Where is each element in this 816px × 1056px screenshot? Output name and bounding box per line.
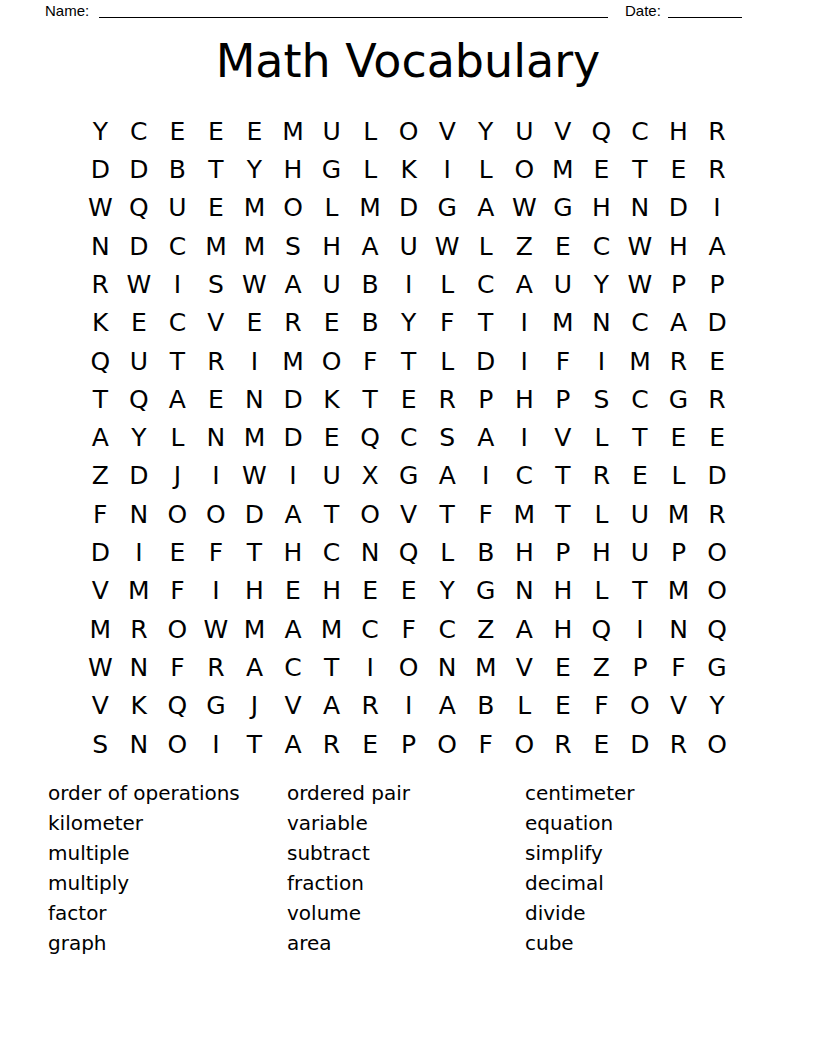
grid-cell-r11c17[interactable]: R xyxy=(698,495,737,533)
grid-cell-r1c5[interactable]: E xyxy=(235,112,274,150)
grid-cell-r5c2[interactable]: W xyxy=(120,265,159,303)
grid-cell-r3c6[interactable]: O xyxy=(274,189,313,227)
grid-cell-r15c17[interactable]: G xyxy=(698,648,737,686)
grid-cell-r11c9[interactable]: V xyxy=(389,495,428,533)
grid-cell-r14c17[interactable]: Q xyxy=(698,610,737,648)
grid-cell-r6c9[interactable]: Y xyxy=(389,304,428,342)
grid-cell-r10c15[interactable]: E xyxy=(621,457,660,495)
grid-cell-r17c12[interactable]: O xyxy=(505,725,544,763)
grid-cell-r9c6[interactable]: D xyxy=(274,419,313,457)
grid-cell-r14c9[interactable]: F xyxy=(389,610,428,648)
grid-cell-r14c16[interactable]: N xyxy=(659,610,698,648)
grid-cell-r11c4[interactable]: O xyxy=(197,495,236,533)
grid-cell-r6c7[interactable]: E xyxy=(312,304,351,342)
grid-cell-r4c15[interactable]: W xyxy=(621,227,660,265)
grid-cell-r8c3[interactable]: A xyxy=(158,380,197,418)
grid-cell-r9c10[interactable]: S xyxy=(428,419,467,457)
grid-cell-r15c7[interactable]: T xyxy=(312,648,351,686)
grid-cell-r8c13[interactable]: P xyxy=(544,380,583,418)
grid-cell-r15c12[interactable]: V xyxy=(505,648,544,686)
grid-cell-r11c13[interactable]: T xyxy=(544,495,583,533)
grid-cell-r1c14[interactable]: Q xyxy=(582,112,621,150)
grid-cell-r17c15[interactable]: D xyxy=(621,725,660,763)
grid-cell-r4c12[interactable]: Z xyxy=(505,227,544,265)
grid-cell-r10c2[interactable]: D xyxy=(120,457,159,495)
grid-cell-r17c16[interactable]: R xyxy=(659,725,698,763)
grid-cell-r10c14[interactable]: R xyxy=(582,457,621,495)
grid-cell-r8c17[interactable]: R xyxy=(698,380,737,418)
grid-cell-r2c12[interactable]: O xyxy=(505,150,544,188)
grid-cell-r13c8[interactable]: E xyxy=(351,572,390,610)
grid-cell-r11c1[interactable]: F xyxy=(81,495,120,533)
grid-cell-r5c14[interactable]: Y xyxy=(582,265,621,303)
grid-cell-r14c12[interactable]: A xyxy=(505,610,544,648)
grid-cell-r17c11[interactable]: F xyxy=(466,725,505,763)
word-list-item: kilometer xyxy=(48,809,240,839)
grid-cell-r12c15[interactable]: U xyxy=(621,533,660,571)
grid-cell-r6c2[interactable]: E xyxy=(120,304,159,342)
grid-cell-r13c6[interactable]: E xyxy=(274,572,313,610)
grid-cell-r10c6[interactable]: I xyxy=(274,457,313,495)
grid-cell-r2c17[interactable]: R xyxy=(698,150,737,188)
grid-cell-r7c11[interactable]: D xyxy=(466,342,505,380)
grid-cell-r5c3[interactable]: I xyxy=(158,265,197,303)
grid-cell-r10c3[interactable]: J xyxy=(158,457,197,495)
date-fill-line[interactable] xyxy=(668,0,742,18)
grid-cell-r9c9[interactable]: C xyxy=(389,419,428,457)
grid-cell-r4c1[interactable]: N xyxy=(81,227,120,265)
grid-cell-r7c10[interactable]: L xyxy=(428,342,467,380)
grid-cell-r5c10[interactable]: L xyxy=(428,265,467,303)
grid-cell-r3c2[interactable]: Q xyxy=(120,189,159,227)
grid-cell-r4c13[interactable]: E xyxy=(544,227,583,265)
grid-cell-r12c8[interactable]: N xyxy=(351,533,390,571)
grid-cell-r17c1[interactable]: S xyxy=(81,725,120,763)
grid-cell-r3c12[interactable]: W xyxy=(505,189,544,227)
grid-cell-r16c14[interactable]: F xyxy=(582,687,621,725)
grid-cell-r8c2[interactable]: Q xyxy=(120,380,159,418)
grid-cell-r13c9[interactable]: E xyxy=(389,572,428,610)
grid-cell-r5c8[interactable]: B xyxy=(351,265,390,303)
grid-cell-r2c13[interactable]: M xyxy=(544,150,583,188)
grid-cell-r5c4[interactable]: S xyxy=(197,265,236,303)
word-list-item: divide xyxy=(525,899,635,929)
word-list-item: decimal xyxy=(525,869,635,899)
grid-cell-r12c4[interactable]: F xyxy=(197,533,236,571)
grid-cell-r11c12[interactable]: M xyxy=(505,495,544,533)
grid-cell-r9c15[interactable]: T xyxy=(621,419,660,457)
grid-cell-r6c5[interactable]: E xyxy=(235,304,274,342)
grid-cell-r13c14[interactable]: L xyxy=(582,572,621,610)
grid-cell-r2c1[interactable]: D xyxy=(81,150,120,188)
grid-cell-r12c17[interactable]: O xyxy=(698,533,737,571)
grid-cell-r17c4[interactable]: I xyxy=(197,725,236,763)
grid-cell-r13c2[interactable]: M xyxy=(120,572,159,610)
grid-cell-r11c11[interactable]: F xyxy=(466,495,505,533)
grid-cell-r3c13[interactable]: G xyxy=(544,189,583,227)
grid-cell-r4c17[interactable]: A xyxy=(698,227,737,265)
grid-cell-r3c5[interactable]: M xyxy=(235,189,274,227)
grid-cell-r2c15[interactable]: T xyxy=(621,150,660,188)
grid-cell-r7c8[interactable]: F xyxy=(351,342,390,380)
grid-cell-r1c3[interactable]: E xyxy=(158,112,197,150)
grid-cell-r5c7[interactable]: U xyxy=(312,265,351,303)
grid-cell-r5c1[interactable]: R xyxy=(81,265,120,303)
grid-cell-r12c6[interactable]: H xyxy=(274,533,313,571)
grid-cell-r10c12[interactable]: C xyxy=(505,457,544,495)
grid-cell-r11c8[interactable]: O xyxy=(351,495,390,533)
grid-cell-r7c6[interactable]: M xyxy=(274,342,313,380)
grid-cell-r3c8[interactable]: M xyxy=(351,189,390,227)
grid-cell-r5c15[interactable]: W xyxy=(621,265,660,303)
grid-cell-r12c9[interactable]: Q xyxy=(389,533,428,571)
grid-cell-r13c16[interactable]: M xyxy=(659,572,698,610)
grid-cell-r8c9[interactable]: E xyxy=(389,380,428,418)
grid-cell-r9c16[interactable]: E xyxy=(659,419,698,457)
grid-cell-r16c7[interactable]: A xyxy=(312,687,351,725)
grid-cell-r12c7[interactable]: C xyxy=(312,533,351,571)
grid-cell-r11c7[interactable]: T xyxy=(312,495,351,533)
grid-cell-r2c4[interactable]: T xyxy=(197,150,236,188)
grid-cell-r2c2[interactable]: D xyxy=(120,150,159,188)
grid-cell-r10c17[interactable]: D xyxy=(698,457,737,495)
grid-cell-r17c8[interactable]: E xyxy=(351,725,390,763)
grid-cell-r13c4[interactable]: I xyxy=(197,572,236,610)
grid-cell-r8c15[interactable]: C xyxy=(621,380,660,418)
grid-cell-r4c6[interactable]: S xyxy=(274,227,313,265)
grid-cell-r16c2[interactable]: K xyxy=(120,687,159,725)
grid-cell-r4c4[interactable]: M xyxy=(197,227,236,265)
grid-cell-r10c1[interactable]: Z xyxy=(81,457,120,495)
grid-cell-r8c5[interactable]: N xyxy=(235,380,274,418)
grid-cell-r14c2[interactable]: R xyxy=(120,610,159,648)
grid-cell-r11c16[interactable]: M xyxy=(659,495,698,533)
grid-cell-r4c2[interactable]: D xyxy=(120,227,159,265)
grid-cell-r15c15[interactable]: P xyxy=(621,648,660,686)
grid-cell-r17c9[interactable]: P xyxy=(389,725,428,763)
grid-cell-r1c6[interactable]: M xyxy=(274,112,313,150)
grid-cell-r16c17[interactable]: Y xyxy=(698,687,737,725)
grid-cell-r6c14[interactable]: N xyxy=(582,304,621,342)
grid-cell-r7c5[interactable]: I xyxy=(235,342,274,380)
grid-cell-r1c7[interactable]: U xyxy=(312,112,351,150)
grid-cell-r16c12[interactable]: L xyxy=(505,687,544,725)
grid-cell-r8c10[interactable]: R xyxy=(428,380,467,418)
grid-cell-r7c16[interactable]: R xyxy=(659,342,698,380)
grid-cell-r4c10[interactable]: W xyxy=(428,227,467,265)
grid-cell-r14c15[interactable]: I xyxy=(621,610,660,648)
grid-cell-r14c7[interactable]: M xyxy=(312,610,351,648)
grid-cell-r1c17[interactable]: R xyxy=(698,112,737,150)
grid-cell-r17c13[interactable]: R xyxy=(544,725,583,763)
grid-cell-r14c6[interactable]: A xyxy=(274,610,313,648)
grid-cell-r12c10[interactable]: L xyxy=(428,533,467,571)
grid-cell-r17c14[interactable]: E xyxy=(582,725,621,763)
grid-cell-r10c5[interactable]: W xyxy=(235,457,274,495)
grid-cell-r7c3[interactable]: T xyxy=(158,342,197,380)
grid-cell-r4c7[interactable]: H xyxy=(312,227,351,265)
grid-cell-r7c2[interactable]: U xyxy=(120,342,159,380)
grid-cell-r16c5[interactable]: J xyxy=(235,687,274,725)
grid-cell-r10c9[interactable]: G xyxy=(389,457,428,495)
grid-cell-r9c17[interactable]: E xyxy=(698,419,737,457)
grid-cell-r17c17[interactable]: O xyxy=(698,725,737,763)
grid-cell-r16c3[interactable]: Q xyxy=(158,687,197,725)
grid-cell-r6c17[interactable]: D xyxy=(698,304,737,342)
grid-cell-r15c11[interactable]: M xyxy=(466,648,505,686)
grid-cell-r13c12[interactable]: N xyxy=(505,572,544,610)
grid-cell-r10c4[interactable]: I xyxy=(197,457,236,495)
grid-cell-r1c12[interactable]: U xyxy=(505,112,544,150)
grid-cell-r3c3[interactable]: U xyxy=(158,189,197,227)
grid-cell-r11c5[interactable]: D xyxy=(235,495,274,533)
grid-cell-r14c13[interactable]: H xyxy=(544,610,583,648)
grid-cell-r5c13[interactable]: U xyxy=(544,265,583,303)
grid-cell-r8c6[interactable]: D xyxy=(274,380,313,418)
grid-cell-r17c2[interactable]: N xyxy=(120,725,159,763)
grid-cell-r17c6[interactable]: A xyxy=(274,725,313,763)
grid-cell-r15c8[interactable]: I xyxy=(351,648,390,686)
grid-cell-r13c11[interactable]: G xyxy=(466,572,505,610)
grid-cell-r2c16[interactable]: E xyxy=(659,150,698,188)
grid-cell-r10c8[interactable]: X xyxy=(351,457,390,495)
grid-cell-r17c10[interactable]: O xyxy=(428,725,467,763)
grid-cell-r7c15[interactable]: M xyxy=(621,342,660,380)
grid-cell-r14c3[interactable]: O xyxy=(158,610,197,648)
grid-cell-r4c16[interactable]: H xyxy=(659,227,698,265)
grid-cell-r16c15[interactable]: O xyxy=(621,687,660,725)
grid-cell-r14c10[interactable]: C xyxy=(428,610,467,648)
grid-cell-r12c13[interactable]: P xyxy=(544,533,583,571)
name-fill-line[interactable] xyxy=(99,0,608,18)
grid-cell-r12c12[interactable]: H xyxy=(505,533,544,571)
grid-cell-r2c3[interactable]: B xyxy=(158,150,197,188)
grid-cell-r6c10[interactable]: F xyxy=(428,304,467,342)
grid-cell-r11c6[interactable]: A xyxy=(274,495,313,533)
grid-cell-r7c1[interactable]: Q xyxy=(81,342,120,380)
grid-cell-r15c5[interactable]: A xyxy=(235,648,274,686)
grid-cell-r15c9[interactable]: O xyxy=(389,648,428,686)
grid-cell-r13c5[interactable]: H xyxy=(235,572,274,610)
grid-cell-r2c8[interactable]: L xyxy=(351,150,390,188)
grid-cell-r7c12[interactable]: I xyxy=(505,342,544,380)
grid-cell-r14c8[interactable]: C xyxy=(351,610,390,648)
grid-cell-r12c1[interactable]: D xyxy=(81,533,120,571)
grid-cell-r9c3[interactable]: L xyxy=(158,419,197,457)
grid-cell-r1c16[interactable]: H xyxy=(659,112,698,150)
grid-cell-r9c4[interactable]: N xyxy=(197,419,236,457)
grid-cell-r8c14[interactable]: S xyxy=(582,380,621,418)
grid-cell-r3c10[interactable]: G xyxy=(428,189,467,227)
grid-cell-r10c11[interactable]: I xyxy=(466,457,505,495)
grid-cell-r16c8[interactable]: R xyxy=(351,687,390,725)
grid-cell-r7c13[interactable]: F xyxy=(544,342,583,380)
grid-cell-r3c15[interactable]: N xyxy=(621,189,660,227)
grid-cell-r9c8[interactable]: Q xyxy=(351,419,390,457)
grid-cell-r5c12[interactable]: A xyxy=(505,265,544,303)
grid-cell-r1c8[interactable]: L xyxy=(351,112,390,150)
grid-cell-r4c11[interactable]: L xyxy=(466,227,505,265)
grid-cell-r15c2[interactable]: N xyxy=(120,648,159,686)
grid-cell-r9c5[interactable]: M xyxy=(235,419,274,457)
grid-cell-r3c1[interactable]: W xyxy=(81,189,120,227)
grid-cell-r6c15[interactable]: C xyxy=(621,304,660,342)
grid-cell-r3c7[interactable]: L xyxy=(312,189,351,227)
grid-cell-r13c17[interactable]: O xyxy=(698,572,737,610)
grid-cell-r11c15[interactable]: U xyxy=(621,495,660,533)
grid-cell-r7c4[interactable]: R xyxy=(197,342,236,380)
grid-cell-r12c2[interactable]: I xyxy=(120,533,159,571)
word-list-item: subtract xyxy=(287,839,410,869)
grid-cell-r4c14[interactable]: C xyxy=(582,227,621,265)
grid-cell-r12c16[interactable]: P xyxy=(659,533,698,571)
grid-cell-r13c3[interactable]: F xyxy=(158,572,197,610)
grid-cell-r5c9[interactable]: I xyxy=(389,265,428,303)
grid-cell-r14c5[interactable]: M xyxy=(235,610,274,648)
grid-cell-r12c11[interactable]: B xyxy=(466,533,505,571)
grid-cell-r7c14[interactable]: I xyxy=(582,342,621,380)
grid-cell-r6c3[interactable]: C xyxy=(158,304,197,342)
grid-cell-r15c3[interactable]: F xyxy=(158,648,197,686)
grid-cell-r5c6[interactable]: A xyxy=(274,265,313,303)
grid-cell-r16c10[interactable]: A xyxy=(428,687,467,725)
grid-cell-r3c11[interactable]: A xyxy=(466,189,505,227)
grid-cell-r8c16[interactable]: G xyxy=(659,380,698,418)
grid-cell-r1c15[interactable]: C xyxy=(621,112,660,150)
grid-cell-r15c16[interactable]: F xyxy=(659,648,698,686)
grid-cell-r5c5[interactable]: W xyxy=(235,265,274,303)
grid-cell-r13c1[interactable]: V xyxy=(81,572,120,610)
grid-cell-r10c13[interactable]: T xyxy=(544,457,583,495)
grid-cell-r3c4[interactable]: E xyxy=(197,189,236,227)
grid-cell-r8c1[interactable]: T xyxy=(81,380,120,418)
grid-cell-r1c13[interactable]: V xyxy=(544,112,583,150)
grid-cell-r14c4[interactable]: W xyxy=(197,610,236,648)
grid-cell-r7c9[interactable]: T xyxy=(389,342,428,380)
grid-cell-r14c14[interactable]: Q xyxy=(582,610,621,648)
grid-cell-r14c1[interactable]: M xyxy=(81,610,120,648)
grid-cell-r2c14[interactable]: E xyxy=(582,150,621,188)
grid-cell-r17c5[interactable]: T xyxy=(235,725,274,763)
grid-cell-r9c11[interactable]: A xyxy=(466,419,505,457)
word-list-column-3: centimeterequationsimplifydecimaldividec… xyxy=(525,779,635,958)
grid-cell-r13c15[interactable]: T xyxy=(621,572,660,610)
grid-cell-r9c12[interactable]: I xyxy=(505,419,544,457)
grid-cell-r12c5[interactable]: T xyxy=(235,533,274,571)
grid-cell-r17c7[interactable]: R xyxy=(312,725,351,763)
grid-cell-r12c3[interactable]: E xyxy=(158,533,197,571)
grid-cell-r8c7[interactable]: K xyxy=(312,380,351,418)
grid-cell-r13c10[interactable]: Y xyxy=(428,572,467,610)
grid-cell-r1c4[interactable]: E xyxy=(197,112,236,150)
grid-cell-r3c9[interactable]: D xyxy=(389,189,428,227)
grid-cell-r1c9[interactable]: O xyxy=(389,112,428,150)
grid-cell-r11c10[interactable]: T xyxy=(428,495,467,533)
grid-cell-r3c17[interactable]: I xyxy=(698,189,737,227)
grid-cell-r1c2[interactable]: C xyxy=(120,112,159,150)
grid-cell-r3c16[interactable]: D xyxy=(659,189,698,227)
grid-cell-r1c10[interactable]: V xyxy=(428,112,467,150)
grid-cell-r6c11[interactable]: T xyxy=(466,304,505,342)
grid-cell-r16c6[interactable]: V xyxy=(274,687,313,725)
word-list-item: multiply xyxy=(48,869,240,899)
grid-cell-r4c9[interactable]: U xyxy=(389,227,428,265)
grid-cell-r15c4[interactable]: R xyxy=(197,648,236,686)
grid-cell-r2c6[interactable]: H xyxy=(274,150,313,188)
grid-cell-r2c7[interactable]: G xyxy=(312,150,351,188)
grid-cell-r2c11[interactable]: L xyxy=(466,150,505,188)
grid-cell-r10c10[interactable]: A xyxy=(428,457,467,495)
grid-cell-r5c17[interactable]: P xyxy=(698,265,737,303)
grid-cell-r16c11[interactable]: B xyxy=(466,687,505,725)
grid-cell-r11c14[interactable]: L xyxy=(582,495,621,533)
grid-cell-r6c13[interactable]: M xyxy=(544,304,583,342)
grid-cell-r7c17[interactable]: E xyxy=(698,342,737,380)
grid-cell-r9c14[interactable]: L xyxy=(582,419,621,457)
grid-cell-r6c1[interactable]: K xyxy=(81,304,120,342)
grid-cell-r8c8[interactable]: T xyxy=(351,380,390,418)
grid-cell-r6c12[interactable]: I xyxy=(505,304,544,342)
grid-cell-r11c3[interactable]: O xyxy=(158,495,197,533)
grid-cell-r6c8[interactable]: B xyxy=(351,304,390,342)
word-search-grid[interactable]: YCEEEMULOVYUVQCHRDDBTYHGLKILOMETERWQUEMO… xyxy=(81,112,736,763)
grid-cell-r4c3[interactable]: C xyxy=(158,227,197,265)
grid-cell-r9c2[interactable]: Y xyxy=(120,419,159,457)
grid-cell-r10c16[interactable]: L xyxy=(659,457,698,495)
grid-cell-r9c7[interactable]: E xyxy=(312,419,351,457)
grid-cell-r6c16[interactable]: A xyxy=(659,304,698,342)
grid-cell-r1c1[interactable]: Y xyxy=(81,112,120,150)
grid-cell-r4c5[interactable]: M xyxy=(235,227,274,265)
grid-cell-r2c9[interactable]: K xyxy=(389,150,428,188)
grid-cell-r16c1[interactable]: V xyxy=(81,687,120,725)
grid-cell-r15c10[interactable]: N xyxy=(428,648,467,686)
grid-cell-r8c11[interactable]: P xyxy=(466,380,505,418)
grid-cell-r5c11[interactable]: C xyxy=(466,265,505,303)
grid-cell-r2c5[interactable]: Y xyxy=(235,150,274,188)
grid-cell-r13c7[interactable]: H xyxy=(312,572,351,610)
grid-cell-r15c6[interactable]: C xyxy=(274,648,313,686)
grid-cell-r8c4[interactable]: E xyxy=(197,380,236,418)
grid-cell-r14c11[interactable]: Z xyxy=(466,610,505,648)
grid-cell-r15c13[interactable]: E xyxy=(544,648,583,686)
word-list-item: centimeter xyxy=(525,779,635,809)
grid-cell-r15c1[interactable]: W xyxy=(81,648,120,686)
grid-cell-r12c14[interactable]: H xyxy=(582,533,621,571)
grid-cell-r10c7[interactable]: U xyxy=(312,457,351,495)
grid-cell-r9c13[interactable]: V xyxy=(544,419,583,457)
word-list-item: fraction xyxy=(287,869,410,899)
grid-cell-r16c13[interactable]: E xyxy=(544,687,583,725)
grid-cell-r16c16[interactable]: V xyxy=(659,687,698,725)
grid-cell-r6c6[interactable]: R xyxy=(274,304,313,342)
grid-cell-r11c2[interactable]: N xyxy=(120,495,159,533)
grid-cell-r8c12[interactable]: H xyxy=(505,380,544,418)
grid-cell-r17c3[interactable]: O xyxy=(158,725,197,763)
grid-cell-r1c11[interactable]: Y xyxy=(466,112,505,150)
grid-cell-r3c14[interactable]: H xyxy=(582,189,621,227)
grid-cell-r7c7[interactable]: O xyxy=(312,342,351,380)
grid-cell-r16c4[interactable]: G xyxy=(197,687,236,725)
grid-cell-r13c13[interactable]: H xyxy=(544,572,583,610)
grid-cell-r9c1[interactable]: A xyxy=(81,419,120,457)
grid-cell-r2c10[interactable]: I xyxy=(428,150,467,188)
grid-cell-r16c9[interactable]: I xyxy=(389,687,428,725)
grid-cell-r15c14[interactable]: Z xyxy=(582,648,621,686)
grid-cell-r4c8[interactable]: A xyxy=(351,227,390,265)
grid-cell-r5c16[interactable]: P xyxy=(659,265,698,303)
grid-cell-r6c4[interactable]: V xyxy=(197,304,236,342)
